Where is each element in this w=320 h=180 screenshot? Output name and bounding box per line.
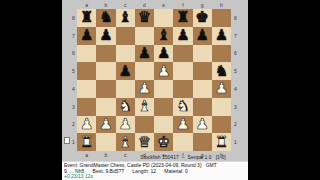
square-f1[interactable] <box>173 133 192 151</box>
square-b5[interactable] <box>96 62 115 80</box>
square-g2[interactable]: ♟ <box>193 116 212 134</box>
rank-label-4: 4 <box>232 80 239 98</box>
piece-white-pawn: ♟ <box>99 116 112 133</box>
rank-label-2: 2 <box>232 116 239 134</box>
piece-black-bishop: ♝ <box>118 9 131 26</box>
square-f5[interactable] <box>173 62 192 80</box>
square-f2[interactable]: ♟ <box>173 116 192 134</box>
file-label-d: d <box>135 1 154 9</box>
square-g8[interactable]: ♚ <box>193 9 212 27</box>
piece-white-bishop: ♝ <box>118 134 131 151</box>
square-b6[interactable] <box>96 45 115 63</box>
piece-white-pawn: ♟ <box>176 116 189 133</box>
square-h7[interactable]: ♟ <box>212 27 231 45</box>
piece-white-pawn: ♟ <box>215 80 228 97</box>
piece-white-pawn: ♟ <box>157 63 170 80</box>
square-h4[interactable]: ♟ <box>212 80 231 98</box>
file-label-h: h <box>212 1 231 9</box>
piece-black-king: ♚ <box>195 9 208 26</box>
file-label-a: a <box>77 151 96 159</box>
square-e2[interactable] <box>154 116 173 134</box>
square-a4[interactable] <box>77 80 96 98</box>
square-b7[interactable]: ♟ <box>96 27 115 45</box>
square-b1[interactable] <box>96 133 115 151</box>
rank-label-3: 3 <box>232 98 239 116</box>
square-h6[interactable] <box>212 45 231 63</box>
side-to-move-indicator <box>64 137 70 144</box>
square-a7[interactable]: ♟ <box>77 27 96 45</box>
square-d1[interactable]: ♛ <box>135 133 154 151</box>
caption-strip: Event: GrandMaster Chess, Castle PD (202… <box>62 161 248 180</box>
square-c6[interactable] <box>116 45 135 63</box>
file-label-f: f <box>173 1 192 9</box>
square-g7[interactable]: ♟ <box>193 27 212 45</box>
rank-label-4: 4 <box>70 80 77 98</box>
square-a3[interactable] <box>77 98 96 116</box>
square-f6[interactable] <box>173 45 192 63</box>
square-c8[interactable]: ♝ <box>116 9 135 27</box>
square-d5[interactable] <box>135 62 154 80</box>
square-c4[interactable] <box>116 80 135 98</box>
rank-labels-right: 87654321 <box>232 9 239 151</box>
file-label-e: e <box>154 1 173 9</box>
video-frame: { "game": "chess", "position": { "fen": … <box>0 0 320 180</box>
file-label-g: g <box>193 1 212 9</box>
rank-label-5: 5 <box>232 62 239 80</box>
piece-black-pawn: ♟ <box>99 27 112 44</box>
square-d7[interactable] <box>135 27 154 45</box>
board-panel: abcdefgh 87654321 ♜♞♝♛♜♚♟♟♝♟♟♟♟♟♟♟♞♟♟♞♝♞… <box>62 0 248 180</box>
rank-label-8: 8 <box>70 9 77 27</box>
square-e4[interactable] <box>154 80 173 98</box>
rank-label-3: 3 <box>70 98 77 116</box>
square-h3[interactable] <box>212 98 231 116</box>
file-label-a: a <box>77 1 96 9</box>
piece-white-king: ♚ <box>157 134 170 151</box>
piece-black-rook: ♜ <box>80 9 93 26</box>
piece-black-knight: ♞ <box>99 9 112 26</box>
chess-board[interactable]: ♜♞♝♛♜♚♟♟♝♟♟♟♟♟♟♟♞♟♟♞♝♞♟♟♟♟♟♜♝♛♚♜ <box>77 9 231 151</box>
square-c1[interactable]: ♝ <box>116 133 135 151</box>
rank-label-1: 1 <box>232 133 239 151</box>
square-h5[interactable]: ♞ <box>212 62 231 80</box>
square-e5[interactable]: ♟ <box>154 62 173 80</box>
file-label-b: b <box>96 1 115 9</box>
piece-black-rook: ♜ <box>176 9 189 26</box>
rank-label-7: 7 <box>232 27 239 45</box>
file-labels-top: abcdefgh <box>77 1 231 9</box>
piece-black-pawn: ♟ <box>138 45 151 62</box>
square-b2[interactable]: ♟ <box>96 116 115 134</box>
square-h2[interactable] <box>212 116 231 134</box>
rank-labels-left: 87654321 <box>70 9 77 151</box>
piece-white-knight: ♞ <box>176 98 189 115</box>
piece-white-pawn: ♟ <box>118 116 131 133</box>
square-d4[interactable]: ♟ <box>135 80 154 98</box>
piece-black-pawn: ♟ <box>118 63 131 80</box>
square-f8[interactable]: ♜ <box>173 9 192 27</box>
rank-label-6: 6 <box>232 45 239 63</box>
square-b4[interactable] <box>96 80 115 98</box>
square-f3[interactable]: ♞ <box>173 98 192 116</box>
piece-black-knight: ♞ <box>215 63 228 80</box>
square-c2[interactable]: ♟ <box>116 116 135 134</box>
piece-black-pawn: ♟ <box>157 45 170 62</box>
square-g4[interactable] <box>193 80 212 98</box>
square-f7[interactable]: ♟ <box>173 27 192 45</box>
square-d2[interactable] <box>135 116 154 134</box>
piece-white-rook: ♜ <box>215 134 228 151</box>
piece-white-pawn: ♟ <box>195 116 208 133</box>
square-a8[interactable]: ♜ <box>77 9 96 27</box>
piece-black-pawn: ♟ <box>215 27 228 44</box>
rank-label-6: 6 <box>70 45 77 63</box>
square-c5[interactable]: ♟ <box>116 62 135 80</box>
square-e6[interactable]: ♟ <box>154 45 173 63</box>
piece-white-rook: ♜ <box>80 134 93 151</box>
piece-black-bishop: ♝ <box>157 27 170 44</box>
square-h1[interactable]: ♜ <box>212 133 231 151</box>
square-c3[interactable]: ♞ <box>116 98 135 116</box>
right-letterbox <box>248 0 320 180</box>
square-f4[interactable] <box>173 80 192 98</box>
square-g6[interactable] <box>193 45 212 63</box>
caption-players: Stockfish 150417 -- Senpai 1.0 [1-0] <box>102 154 264 161</box>
piece-black-pawn: ♟ <box>80 27 93 44</box>
square-g3[interactable] <box>193 98 212 116</box>
piece-white-knight: ♞ <box>118 98 131 115</box>
square-c7[interactable] <box>116 27 135 45</box>
square-a5[interactable] <box>77 62 96 80</box>
square-d3[interactable]: ♝ <box>135 98 154 116</box>
square-e1[interactable]: ♚ <box>154 133 173 151</box>
file-label-c: c <box>116 1 135 9</box>
square-g1[interactable] <box>193 133 212 151</box>
rank-label-8: 8 <box>232 9 239 27</box>
rank-label-1: 1 <box>70 133 77 151</box>
piece-white-queen: ♛ <box>138 134 151 151</box>
rank-label-5: 5 <box>70 62 77 80</box>
left-letterbox <box>0 0 62 180</box>
piece-black-queen: ♛ <box>138 9 151 26</box>
square-d6[interactable]: ♟ <box>135 45 154 63</box>
piece-white-pawn: ♟ <box>138 80 151 97</box>
rank-label-7: 7 <box>70 27 77 45</box>
square-a6[interactable] <box>77 45 96 63</box>
square-a1[interactable]: ♜ <box>77 133 96 151</box>
square-b3[interactable] <box>96 98 115 116</box>
square-g5[interactable] <box>193 62 212 80</box>
square-e3[interactable] <box>154 98 173 116</box>
piece-white-bishop: ♝ <box>138 98 151 115</box>
square-e8[interactable] <box>154 9 173 27</box>
piece-white-pawn: ♟ <box>80 116 93 133</box>
square-d8[interactable]: ♛ <box>135 9 154 27</box>
caption-eval: +0.23/13 12s <box>64 174 248 180</box>
piece-black-pawn: ♟ <box>176 27 189 44</box>
square-e7[interactable]: ♝ <box>154 27 173 45</box>
square-a2[interactable]: ♟ <box>77 116 96 134</box>
rank-label-2: 2 <box>70 116 77 134</box>
square-h8[interactable] <box>212 9 231 27</box>
piece-black-pawn: ♟ <box>195 27 208 44</box>
square-b8[interactable]: ♞ <box>96 9 115 27</box>
